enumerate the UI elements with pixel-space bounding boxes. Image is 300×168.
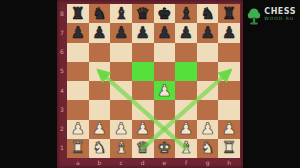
piece-white-knight[interactable]: ♞	[200, 140, 214, 156]
file-label-e: e	[154, 158, 176, 168]
rank-label-8: 8	[57, 4, 67, 23]
square-c1[interactable]: ♝	[110, 139, 132, 158]
square-h5[interactable]	[218, 62, 240, 81]
square-b6[interactable]	[89, 43, 111, 62]
piece-black-bishop[interactable]: ♝	[179, 6, 193, 22]
rank-label-3: 3	[57, 100, 67, 119]
rank-label-2: 2	[57, 120, 67, 139]
piece-black-pawn[interactable]: ♟	[136, 25, 150, 41]
square-h6[interactable]	[218, 43, 240, 62]
file-label-g: g	[197, 158, 219, 168]
board-grid: ♜♞♝♛♚♝♞♜♟♟♟♟♟♟♟♟♟♟♟♟♟♟♟♟♜♞♝♛♚♝♞♜	[67, 4, 240, 158]
square-a6[interactable]	[67, 43, 89, 62]
square-e4[interactable]: ♟	[154, 81, 176, 100]
square-a3[interactable]	[67, 100, 89, 119]
square-c6[interactable]	[110, 43, 132, 62]
square-b7[interactable]: ♟	[89, 23, 111, 42]
piece-white-pawn[interactable]: ♟	[200, 121, 214, 137]
piece-white-pawn[interactable]: ♟	[222, 121, 236, 137]
rank-label-1: 1	[57, 139, 67, 158]
square-g1[interactable]: ♞	[197, 139, 219, 158]
square-f3[interactable]	[175, 100, 197, 119]
square-g2[interactable]: ♟	[197, 120, 219, 139]
file-label-h: h	[218, 158, 240, 168]
piece-white-pawn[interactable]: ♟	[157, 83, 171, 99]
square-d2[interactable]: ♟	[132, 120, 154, 139]
rank-label-7: 7	[57, 23, 67, 42]
piece-black-king[interactable]: ♚	[157, 6, 171, 22]
piece-white-queen[interactable]: ♛	[136, 140, 150, 156]
piece-black-rook[interactable]: ♜	[71, 6, 85, 22]
piece-white-pawn[interactable]: ♟	[179, 121, 193, 137]
file-label-f: f	[175, 158, 197, 168]
square-b8[interactable]: ♞	[89, 4, 111, 23]
square-g6[interactable]	[197, 43, 219, 62]
square-a2[interactable]: ♟	[67, 120, 89, 139]
square-g4[interactable]	[197, 81, 219, 100]
square-e5[interactable]	[154, 62, 176, 81]
square-g3[interactable]	[197, 100, 219, 119]
square-h8[interactable]: ♜	[218, 4, 240, 23]
piece-white-rook[interactable]: ♜	[71, 140, 85, 156]
square-d8[interactable]: ♛	[132, 4, 154, 23]
piece-white-pawn[interactable]: ♟	[114, 121, 128, 137]
rank-labels: 87654321	[57, 4, 67, 158]
chesswood-logo: CHESS WOOD.RU	[247, 8, 296, 26]
square-h1[interactable]: ♜	[218, 139, 240, 158]
square-d7[interactable]: ♟	[132, 23, 154, 42]
piece-black-pawn[interactable]: ♟	[157, 25, 171, 41]
square-b2[interactable]: ♟	[89, 120, 111, 139]
square-a5[interactable]	[67, 62, 89, 81]
square-d3[interactable]	[132, 100, 154, 119]
square-d5[interactable]	[132, 62, 154, 81]
rank-label-4: 4	[57, 81, 67, 100]
square-h2[interactable]: ♟	[218, 120, 240, 139]
square-e8[interactable]: ♚	[154, 4, 176, 23]
piece-black-pawn[interactable]: ♟	[71, 25, 85, 41]
square-e2[interactable]	[154, 120, 176, 139]
logo-text-woodru: WOOD.RU	[264, 17, 296, 22]
chess-lesson-frame: 87654321 ♜♞♝♛♚♝♞♜♟♟♟♟♟♟♟♟♟♟♟♟♟♟♟♟♜♞♝♛♚♝♞…	[0, 0, 300, 168]
square-f7[interactable]: ♟	[175, 23, 197, 42]
square-e6[interactable]	[154, 43, 176, 62]
piece-white-knight[interactable]: ♞	[92, 140, 106, 156]
piece-black-pawn[interactable]: ♟	[92, 25, 106, 41]
file-label-d: d	[132, 158, 154, 168]
square-c7[interactable]: ♟	[110, 23, 132, 42]
piece-black-queen[interactable]: ♛	[136, 6, 150, 22]
square-e3[interactable]	[154, 100, 176, 119]
square-a7[interactable]: ♟	[67, 23, 89, 42]
square-b3[interactable]	[89, 100, 111, 119]
square-a8[interactable]: ♜	[67, 4, 89, 23]
square-b5[interactable]	[89, 62, 111, 81]
piece-black-pawn[interactable]: ♟	[114, 25, 128, 41]
square-h3[interactable]	[218, 100, 240, 119]
square-a1[interactable]: ♜	[67, 139, 89, 158]
square-f1[interactable]: ♝	[175, 139, 197, 158]
square-c8[interactable]: ♝	[110, 4, 132, 23]
chess-board: 87654321 ♜♞♝♛♚♝♞♜♟♟♟♟♟♟♟♟♟♟♟♟♟♟♟♟♜♞♝♛♚♝♞…	[57, 0, 243, 168]
file-label-c: c	[110, 158, 132, 168]
piece-black-bishop[interactable]: ♝	[114, 6, 128, 22]
piece-black-rook[interactable]: ♜	[222, 6, 236, 22]
piece-white-bishop[interactable]: ♝	[179, 140, 193, 156]
square-d1[interactable]: ♛	[132, 139, 154, 158]
piece-black-knight[interactable]: ♞	[92, 6, 106, 22]
piece-black-knight[interactable]: ♞	[200, 6, 214, 22]
file-labels: abcdefgh	[67, 158, 240, 168]
square-e7[interactable]: ♟	[154, 23, 176, 42]
piece-white-rook[interactable]: ♜	[222, 140, 236, 156]
file-label-a: a	[67, 158, 89, 168]
square-c5[interactable]	[110, 62, 132, 81]
square-b1[interactable]: ♞	[89, 139, 111, 158]
tree-icon	[247, 8, 261, 26]
square-g5[interactable]	[197, 62, 219, 81]
square-d6[interactable]	[132, 43, 154, 62]
square-h4[interactable]	[218, 81, 240, 100]
square-d4[interactable]	[132, 81, 154, 100]
square-e1[interactable]: ♚	[154, 139, 176, 158]
square-c3[interactable]	[110, 100, 132, 119]
piece-black-pawn[interactable]: ♟	[179, 25, 193, 41]
square-g7[interactable]: ♟	[197, 23, 219, 42]
square-f5[interactable]	[175, 62, 197, 81]
logo-text-chess: CHESS	[264, 8, 296, 16]
square-c2[interactable]: ♟	[110, 120, 132, 139]
piece-black-pawn[interactable]: ♟	[200, 25, 214, 41]
piece-white-pawn[interactable]: ♟	[71, 121, 85, 137]
rank-label-5: 5	[57, 62, 67, 81]
square-c4[interactable]	[110, 81, 132, 100]
square-a4[interactable]	[67, 81, 89, 100]
piece-white-bishop[interactable]: ♝	[114, 140, 128, 156]
square-f6[interactable]	[175, 43, 197, 62]
square-h7[interactable]: ♟	[218, 23, 240, 42]
piece-white-pawn[interactable]: ♟	[92, 121, 106, 137]
piece-white-pawn[interactable]: ♟	[136, 121, 150, 137]
rank-label-6: 6	[57, 43, 67, 62]
square-f8[interactable]: ♝	[175, 4, 197, 23]
file-label-b: b	[89, 158, 111, 168]
piece-black-pawn[interactable]: ♟	[222, 25, 236, 41]
piece-white-king[interactable]: ♚	[157, 140, 171, 156]
square-f2[interactable]: ♟	[175, 120, 197, 139]
square-b4[interactable]	[89, 81, 111, 100]
square-f4[interactable]	[175, 81, 197, 100]
square-g8[interactable]: ♞	[197, 4, 219, 23]
